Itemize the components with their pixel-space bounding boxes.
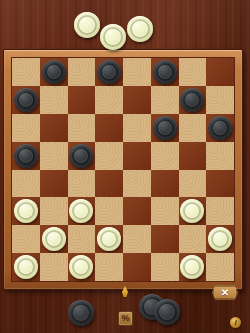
black-man[interactable] [14, 144, 38, 168]
square-7-7 [206, 253, 234, 281]
square-3-6[interactable] [179, 142, 207, 170]
square-2-3[interactable] [95, 114, 123, 142]
square-2-2 [68, 114, 96, 142]
square-0-0 [12, 58, 40, 86]
square-7-4[interactable] [123, 253, 151, 281]
square-6-4 [123, 225, 151, 253]
captured-white-piece [100, 24, 126, 50]
square-0-5[interactable] [151, 58, 179, 86]
square-1-2[interactable] [68, 86, 96, 114]
black-man[interactable] [97, 60, 121, 84]
black-man[interactable] [208, 116, 232, 140]
captured-black-piece [68, 300, 94, 326]
square-6-3[interactable] [95, 225, 123, 253]
square-4-3[interactable] [95, 170, 123, 198]
square-1-7 [206, 86, 234, 114]
square-2-5[interactable] [151, 114, 179, 142]
black-man[interactable] [42, 60, 66, 84]
square-5-2[interactable] [68, 197, 96, 225]
square-6-7[interactable] [206, 225, 234, 253]
square-3-0[interactable] [12, 142, 40, 170]
square-0-6 [179, 58, 207, 86]
square-2-6 [179, 114, 207, 142]
square-5-4[interactable] [123, 197, 151, 225]
square-1-3 [95, 86, 123, 114]
board-grid [11, 57, 235, 282]
white-man[interactable] [14, 255, 38, 279]
white-man[interactable] [180, 255, 204, 279]
square-2-4 [123, 114, 151, 142]
square-1-4[interactable] [123, 86, 151, 114]
square-4-6 [179, 170, 207, 198]
white-man[interactable] [97, 227, 121, 251]
white-man[interactable] [14, 199, 38, 223]
captured-white-piece [127, 16, 153, 42]
square-5-5 [151, 197, 179, 225]
square-0-2 [68, 58, 96, 86]
square-3-5 [151, 142, 179, 170]
square-0-7[interactable] [206, 58, 234, 86]
square-5-1 [40, 197, 68, 225]
square-7-6[interactable] [179, 253, 207, 281]
square-4-1[interactable] [40, 170, 68, 198]
white-man[interactable] [208, 227, 232, 251]
square-4-4 [123, 170, 151, 198]
square-2-0 [12, 114, 40, 142]
square-6-0 [12, 225, 40, 253]
black-man[interactable] [69, 144, 93, 168]
square-3-1 [40, 142, 68, 170]
square-6-6 [179, 225, 207, 253]
square-4-7[interactable] [206, 170, 234, 198]
square-5-0[interactable] [12, 197, 40, 225]
square-7-1 [40, 253, 68, 281]
info-icon[interactable]: i [230, 317, 241, 328]
square-6-1[interactable] [40, 225, 68, 253]
black-man[interactable] [153, 60, 177, 84]
square-7-5 [151, 253, 179, 281]
captured-white-piece [74, 12, 100, 38]
square-1-0[interactable] [12, 86, 40, 114]
square-7-3 [95, 253, 123, 281]
black-man[interactable] [14, 88, 38, 112]
square-3-4[interactable] [123, 142, 151, 170]
black-man[interactable] [153, 116, 177, 140]
white-man[interactable] [69, 199, 93, 223]
black-man[interactable] [180, 88, 204, 112]
square-1-1 [40, 86, 68, 114]
square-4-5[interactable] [151, 170, 179, 198]
white-man[interactable] [42, 227, 66, 251]
square-7-0[interactable] [12, 253, 40, 281]
close-button[interactable]: ✕ [212, 285, 238, 300]
square-6-5[interactable] [151, 225, 179, 253]
square-0-4 [123, 58, 151, 86]
square-6-2 [68, 225, 96, 253]
square-5-3 [95, 197, 123, 225]
square-1-6[interactable] [179, 86, 207, 114]
square-3-2[interactable] [68, 142, 96, 170]
checkers-board [3, 49, 243, 290]
square-0-3[interactable] [95, 58, 123, 86]
square-2-1[interactable] [40, 114, 68, 142]
square-3-3 [95, 142, 123, 170]
square-0-1[interactable] [40, 58, 68, 86]
square-5-6[interactable] [179, 197, 207, 225]
square-5-7 [206, 197, 234, 225]
square-3-7 [206, 142, 234, 170]
square-2-7[interactable] [206, 114, 234, 142]
square-7-2[interactable] [68, 253, 96, 281]
square-1-5 [151, 86, 179, 114]
white-man[interactable] [180, 199, 204, 223]
square-4-0 [12, 170, 40, 198]
square-4-2 [68, 170, 96, 198]
captured-black-piece [154, 299, 180, 325]
captured-black-piece [139, 294, 165, 320]
white-man[interactable] [69, 255, 93, 279]
game-background: ✕ % i [0, 0, 250, 333]
percent-button[interactable]: % [118, 311, 133, 326]
